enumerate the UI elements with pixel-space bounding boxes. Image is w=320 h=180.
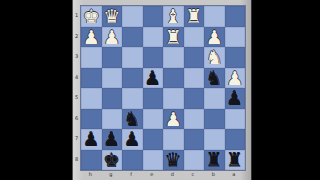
square-e7[interactable] bbox=[143, 129, 164, 150]
square-b7[interactable] bbox=[204, 129, 225, 150]
square-g6[interactable] bbox=[102, 109, 123, 130]
rank-label-6: 6 bbox=[73, 108, 80, 129]
piece-black-N: ♞ bbox=[206, 67, 223, 88]
square-d1[interactable]: ♝ bbox=[163, 6, 184, 27]
square-b8[interactable]: ♜ bbox=[204, 150, 225, 171]
piece-black-N: ♞ bbox=[124, 108, 141, 129]
square-g5[interactable] bbox=[102, 88, 123, 109]
square-f5[interactable] bbox=[122, 88, 143, 109]
piece-black-R: ♜ bbox=[226, 149, 243, 170]
piece-black-P: ♟ bbox=[124, 129, 141, 150]
piece-black-Q: ♛ bbox=[165, 149, 182, 170]
piece-black-P: ♟ bbox=[226, 88, 243, 109]
square-a3[interactable] bbox=[225, 47, 246, 68]
square-a2[interactable] bbox=[225, 27, 246, 48]
square-d8[interactable]: ♛ bbox=[163, 150, 184, 171]
square-c6[interactable] bbox=[184, 109, 205, 130]
square-f1[interactable] bbox=[122, 6, 143, 27]
screenshot-stage: 12345678 ♚♛♝♜♟♟♜♟♞♟♞♟♟♞♟♟♟♟♚♛♜♜ hgfedcba bbox=[0, 0, 320, 180]
square-d7[interactable] bbox=[163, 129, 184, 150]
square-b3[interactable]: ♞ bbox=[204, 47, 225, 68]
square-h2[interactable]: ♟ bbox=[81, 27, 102, 48]
rank-label-8: 8 bbox=[73, 149, 80, 170]
square-f8[interactable] bbox=[122, 150, 143, 171]
square-e8[interactable] bbox=[143, 150, 164, 171]
square-h4[interactable] bbox=[81, 68, 102, 89]
square-f2[interactable] bbox=[122, 27, 143, 48]
square-g1[interactable]: ♛ bbox=[102, 6, 123, 27]
square-a6[interactable] bbox=[225, 109, 246, 130]
square-e5[interactable] bbox=[143, 88, 164, 109]
square-b1[interactable] bbox=[204, 6, 225, 27]
piece-white-P: ♟ bbox=[206, 26, 223, 47]
chess-board[interactable]: ♚♛♝♜♟♟♜♟♞♟♞♟♟♞♟♟♟♟♚♛♜♜ bbox=[80, 5, 246, 171]
square-c5[interactable] bbox=[184, 88, 205, 109]
square-d3[interactable] bbox=[163, 47, 184, 68]
rank-label-2: 2 bbox=[73, 26, 80, 47]
piece-black-K: ♚ bbox=[103, 149, 120, 170]
square-g7[interactable]: ♟ bbox=[102, 129, 123, 150]
square-c7[interactable] bbox=[184, 129, 205, 150]
square-c1[interactable]: ♜ bbox=[184, 6, 205, 27]
square-f6[interactable]: ♞ bbox=[122, 109, 143, 130]
rank-labels: 12345678 bbox=[73, 5, 80, 169]
square-a1[interactable] bbox=[225, 6, 246, 27]
square-d5[interactable] bbox=[163, 88, 184, 109]
board-frame: 12345678 ♚♛♝♜♟♟♜♟♞♟♞♟♟♞♟♟♟♟♚♛♜♜ hgfedcba bbox=[72, 0, 252, 180]
file-label-g: g bbox=[101, 170, 122, 179]
square-b4[interactable]: ♞ bbox=[204, 68, 225, 89]
piece-white-P: ♟ bbox=[165, 108, 182, 129]
square-b2[interactable]: ♟ bbox=[204, 27, 225, 48]
square-d2[interactable]: ♜ bbox=[163, 27, 184, 48]
square-g8[interactable]: ♚ bbox=[102, 150, 123, 171]
square-c8[interactable] bbox=[184, 150, 205, 171]
file-label-a: a bbox=[224, 170, 245, 179]
square-h7[interactable]: ♟ bbox=[81, 129, 102, 150]
square-h6[interactable] bbox=[81, 109, 102, 130]
square-f3[interactable] bbox=[122, 47, 143, 68]
piece-white-P: ♟ bbox=[103, 26, 120, 47]
piece-white-K: ♚ bbox=[83, 6, 100, 27]
square-f4[interactable] bbox=[122, 68, 143, 89]
file-label-b: b bbox=[203, 170, 224, 179]
square-a7[interactable] bbox=[225, 129, 246, 150]
rank-label-1: 1 bbox=[73, 5, 80, 26]
piece-white-R: ♜ bbox=[185, 6, 202, 27]
rank-label-5: 5 bbox=[73, 87, 80, 108]
piece-black-P: ♟ bbox=[103, 129, 120, 150]
file-labels: hgfedcba bbox=[80, 170, 244, 179]
square-h5[interactable] bbox=[81, 88, 102, 109]
square-d6[interactable]: ♟ bbox=[163, 109, 184, 130]
square-g2[interactable]: ♟ bbox=[102, 27, 123, 48]
piece-white-P: ♟ bbox=[83, 26, 100, 47]
square-h1[interactable]: ♚ bbox=[81, 6, 102, 27]
file-label-h: h bbox=[80, 170, 101, 179]
piece-black-P: ♟ bbox=[144, 67, 161, 88]
square-d4[interactable] bbox=[163, 68, 184, 89]
file-label-c: c bbox=[183, 170, 204, 179]
piece-black-R: ♜ bbox=[206, 149, 223, 170]
square-e2[interactable] bbox=[143, 27, 164, 48]
rank-label-3: 3 bbox=[73, 46, 80, 67]
square-b6[interactable] bbox=[204, 109, 225, 130]
piece-white-Q: ♛ bbox=[103, 6, 120, 27]
square-c3[interactable] bbox=[184, 47, 205, 68]
rank-label-7: 7 bbox=[73, 128, 80, 149]
square-g4[interactable] bbox=[102, 68, 123, 89]
file-label-e: e bbox=[142, 170, 163, 179]
square-e4[interactable]: ♟ bbox=[143, 68, 164, 89]
piece-black-P: ♟ bbox=[83, 129, 100, 150]
square-a4[interactable]: ♟ bbox=[225, 68, 246, 89]
square-a8[interactable]: ♜ bbox=[225, 150, 246, 171]
square-a5[interactable]: ♟ bbox=[225, 88, 246, 109]
file-label-f: f bbox=[121, 170, 142, 179]
piece-white-R: ♜ bbox=[165, 26, 182, 47]
piece-white-N: ♞ bbox=[206, 47, 223, 68]
piece-white-P: ♟ bbox=[226, 67, 243, 88]
square-h3[interactable] bbox=[81, 47, 102, 68]
square-e1[interactable] bbox=[143, 6, 164, 27]
square-e6[interactable] bbox=[143, 109, 164, 130]
square-c4[interactable] bbox=[184, 68, 205, 89]
square-f7[interactable]: ♟ bbox=[122, 129, 143, 150]
piece-white-B: ♝ bbox=[165, 6, 182, 27]
square-c2[interactable] bbox=[184, 27, 205, 48]
file-label-d: d bbox=[162, 170, 183, 179]
square-g3[interactable] bbox=[102, 47, 123, 68]
rank-label-4: 4 bbox=[73, 67, 80, 88]
square-h8[interactable] bbox=[81, 150, 102, 171]
square-e3[interactable] bbox=[143, 47, 164, 68]
square-b5[interactable] bbox=[204, 88, 225, 109]
